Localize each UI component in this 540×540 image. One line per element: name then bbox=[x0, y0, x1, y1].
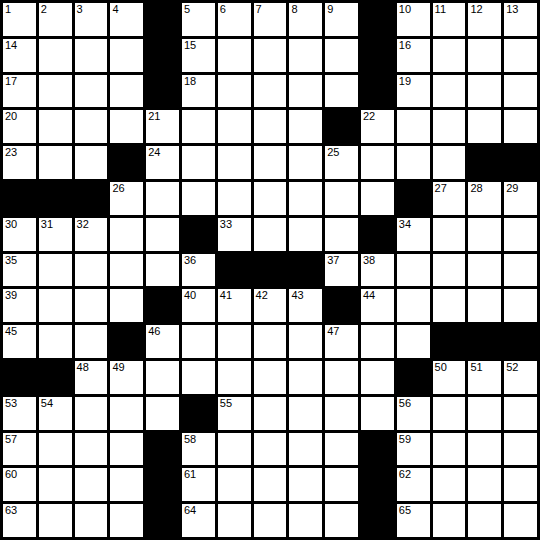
cell-r12c4[interactable] bbox=[110, 397, 143, 430]
cell-r6c10[interactable] bbox=[325, 182, 358, 215]
clue-number: 5 bbox=[184, 3, 190, 16]
cell-r11c3[interactable]: 48 bbox=[75, 361, 108, 394]
cell-r7c12[interactable]: 34 bbox=[397, 218, 430, 251]
crossword-board: 1234567891011121314151617181920212223242… bbox=[0, 0, 540, 540]
cell-r11c8[interactable] bbox=[254, 361, 287, 394]
cell-r6c15[interactable]: 29 bbox=[504, 182, 537, 215]
clue-number: 7 bbox=[256, 3, 262, 16]
cell-r4c7[interactable] bbox=[218, 110, 251, 143]
cell-r4c9[interactable] bbox=[289, 110, 322, 143]
cell-r1c12[interactable]: 10 bbox=[397, 3, 430, 36]
cell-r9c9[interactable]: 43 bbox=[289, 289, 322, 322]
cell-r10c3[interactable] bbox=[75, 325, 108, 358]
clue-number: 16 bbox=[399, 39, 411, 52]
cell-r15c15[interactable] bbox=[504, 504, 537, 537]
cell-r4c12[interactable] bbox=[397, 110, 430, 143]
cell-r6c6[interactable] bbox=[182, 182, 215, 215]
clue-number: 23 bbox=[5, 146, 17, 159]
clue-number: 15 bbox=[184, 39, 196, 52]
clue-number: 63 bbox=[5, 504, 17, 517]
clue-number: 19 bbox=[399, 75, 411, 88]
cell-r14c12[interactable]: 62 bbox=[397, 468, 430, 501]
clue-number: 28 bbox=[470, 182, 482, 195]
cell-r2c4[interactable] bbox=[110, 39, 143, 72]
clue-number: 35 bbox=[5, 254, 17, 267]
cell-r7c4[interactable] bbox=[110, 218, 143, 251]
cell-r14c2[interactable] bbox=[39, 468, 72, 501]
cell-r12c7[interactable]: 55 bbox=[218, 397, 251, 430]
cell-r14c13[interactable] bbox=[433, 468, 466, 501]
cell-r9c7[interactable]: 41 bbox=[218, 289, 251, 322]
black-square-r11c12 bbox=[397, 361, 430, 394]
cell-r11c13[interactable]: 50 bbox=[433, 361, 466, 394]
cell-r10c6[interactable] bbox=[182, 325, 215, 358]
cell-r9c4[interactable] bbox=[110, 289, 143, 322]
clue-number: 14 bbox=[5, 39, 17, 52]
black-square-r11c2 bbox=[39, 361, 72, 394]
clue-number: 42 bbox=[256, 289, 268, 302]
cell-r1c14[interactable]: 12 bbox=[468, 3, 501, 36]
clue-number: 6 bbox=[220, 3, 226, 16]
black-square-r8c9 bbox=[289, 254, 322, 287]
cell-r15c12[interactable]: 65 bbox=[397, 504, 430, 537]
cell-r1c9[interactable]: 8 bbox=[289, 3, 322, 36]
cell-r8c14[interactable] bbox=[468, 254, 501, 287]
cell-r8c15[interactable] bbox=[504, 254, 537, 287]
cell-r3c13[interactable] bbox=[433, 75, 466, 108]
cell-r7c13[interactable] bbox=[433, 218, 466, 251]
cell-r15c6[interactable]: 64 bbox=[182, 504, 215, 537]
cell-r4c15[interactable] bbox=[504, 110, 537, 143]
cell-r5c9[interactable] bbox=[289, 146, 322, 179]
cell-r11c11[interactable] bbox=[361, 361, 394, 394]
clue-number: 45 bbox=[5, 325, 17, 338]
clue-number: 34 bbox=[399, 218, 411, 231]
cell-r7c8[interactable] bbox=[254, 218, 287, 251]
cell-r14c6[interactable]: 61 bbox=[182, 468, 215, 501]
clue-number: 36 bbox=[184, 254, 196, 267]
cell-r7c9[interactable] bbox=[289, 218, 322, 251]
cell-r10c7[interactable] bbox=[218, 325, 251, 358]
cell-r1c10[interactable]: 9 bbox=[325, 3, 358, 36]
black-square-r14c11 bbox=[361, 468, 394, 501]
cell-r9c2[interactable] bbox=[39, 289, 72, 322]
cell-r14c15[interactable] bbox=[504, 468, 537, 501]
cell-r6c13[interactable]: 27 bbox=[433, 182, 466, 215]
clue-number: 29 bbox=[506, 182, 518, 195]
cell-r11c14[interactable]: 51 bbox=[468, 361, 501, 394]
black-square-r3c11 bbox=[361, 75, 394, 108]
cell-r12c5[interactable] bbox=[146, 397, 179, 430]
cell-r5c10[interactable]: 25 bbox=[325, 146, 358, 179]
cell-r10c5[interactable]: 46 bbox=[146, 325, 179, 358]
clue-number: 26 bbox=[112, 182, 124, 195]
cell-r12c8[interactable] bbox=[254, 397, 287, 430]
cell-r7c1[interactable]: 30 bbox=[3, 218, 36, 251]
cell-r3c6[interactable]: 18 bbox=[182, 75, 215, 108]
black-square-r2c5 bbox=[146, 39, 179, 72]
black-square-r9c5 bbox=[146, 289, 179, 322]
cell-r3c1[interactable]: 17 bbox=[3, 75, 36, 108]
clue-number: 30 bbox=[5, 218, 17, 231]
cell-r10c8[interactable] bbox=[254, 325, 287, 358]
cell-r2c2[interactable] bbox=[39, 39, 72, 72]
cell-r11c9[interactable] bbox=[289, 361, 322, 394]
cell-r11c7[interactable] bbox=[218, 361, 251, 394]
cell-r8c10[interactable]: 37 bbox=[325, 254, 358, 287]
cell-r8c12[interactable] bbox=[397, 254, 430, 287]
clue-number: 55 bbox=[220, 397, 232, 410]
clue-number: 17 bbox=[5, 75, 17, 88]
cell-r5c5[interactable]: 24 bbox=[146, 146, 179, 179]
cell-r10c2[interactable] bbox=[39, 325, 72, 358]
cell-r14c14[interactable] bbox=[468, 468, 501, 501]
cell-r11c5[interactable] bbox=[146, 361, 179, 394]
clue-number: 22 bbox=[363, 110, 375, 123]
cell-r5c8[interactable] bbox=[254, 146, 287, 179]
cell-r5c12[interactable] bbox=[397, 146, 430, 179]
cell-r7c15[interactable] bbox=[504, 218, 537, 251]
cell-r3c4[interactable] bbox=[110, 75, 143, 108]
black-square-r1c5 bbox=[146, 3, 179, 36]
cell-r4c2[interactable] bbox=[39, 110, 72, 143]
clue-number: 41 bbox=[220, 289, 232, 302]
cell-r14c4[interactable] bbox=[110, 468, 143, 501]
cell-r3c2[interactable] bbox=[39, 75, 72, 108]
cell-r15c3[interactable] bbox=[75, 504, 108, 537]
black-square-r6c1 bbox=[3, 182, 36, 215]
black-square-r6c12 bbox=[397, 182, 430, 215]
cell-r1c1[interactable]: 1 bbox=[3, 3, 36, 36]
cell-r14c1[interactable]: 60 bbox=[3, 468, 36, 501]
black-square-r13c11 bbox=[361, 433, 394, 466]
cell-r9c11[interactable]: 44 bbox=[361, 289, 394, 322]
black-square-r11c1 bbox=[3, 361, 36, 394]
black-square-r13c5 bbox=[146, 433, 179, 466]
cell-r9c15[interactable] bbox=[504, 289, 537, 322]
cell-r8c5[interactable] bbox=[146, 254, 179, 287]
cell-r5c2[interactable] bbox=[39, 146, 72, 179]
clue-number: 62 bbox=[399, 468, 411, 481]
cell-r15c1[interactable]: 63 bbox=[3, 504, 36, 537]
cell-r4c14[interactable] bbox=[468, 110, 501, 143]
clue-number: 39 bbox=[5, 289, 17, 302]
clue-number: 2 bbox=[41, 3, 47, 16]
cell-r14c7[interactable] bbox=[218, 468, 251, 501]
black-square-r1c11 bbox=[361, 3, 394, 36]
cell-r15c4[interactable] bbox=[110, 504, 143, 537]
black-square-r7c11 bbox=[361, 218, 394, 251]
cell-r4c8[interactable] bbox=[254, 110, 287, 143]
cell-r12c3[interactable] bbox=[75, 397, 108, 430]
cell-r5c6[interactable] bbox=[182, 146, 215, 179]
black-square-r10c4 bbox=[110, 325, 143, 358]
cell-r7c2[interactable]: 31 bbox=[39, 218, 72, 251]
clue-number: 59 bbox=[399, 433, 411, 446]
cell-r3c15[interactable] bbox=[504, 75, 537, 108]
black-square-r5c15 bbox=[504, 146, 537, 179]
cell-r12c2[interactable]: 54 bbox=[39, 397, 72, 430]
cell-r9c13[interactable] bbox=[433, 289, 466, 322]
cell-r13c7[interactable] bbox=[218, 433, 251, 466]
cell-r9c8[interactable]: 42 bbox=[254, 289, 287, 322]
cell-r1c7[interactable]: 6 bbox=[218, 3, 251, 36]
cell-r15c7[interactable] bbox=[218, 504, 251, 537]
cell-r11c10[interactable] bbox=[325, 361, 358, 394]
black-square-r10c14 bbox=[468, 325, 501, 358]
clue-number: 12 bbox=[470, 3, 482, 16]
cell-r13c10[interactable] bbox=[325, 433, 358, 466]
cell-r4c13[interactable] bbox=[433, 110, 466, 143]
clue-number: 44 bbox=[363, 289, 375, 302]
cell-r12c10[interactable] bbox=[325, 397, 358, 430]
cell-r2c1[interactable]: 14 bbox=[3, 39, 36, 72]
cell-r6c9[interactable] bbox=[289, 182, 322, 215]
clue-number: 31 bbox=[41, 218, 53, 231]
clue-number: 33 bbox=[220, 218, 232, 231]
cell-r10c1[interactable]: 45 bbox=[3, 325, 36, 358]
clue-number: 49 bbox=[112, 361, 124, 374]
cell-r12c9[interactable] bbox=[289, 397, 322, 430]
cell-r7c3[interactable]: 32 bbox=[75, 218, 108, 251]
cell-r4c3[interactable] bbox=[75, 110, 108, 143]
clue-number: 8 bbox=[291, 3, 297, 16]
cell-r11c15[interactable]: 52 bbox=[504, 361, 537, 394]
cell-r3c8[interactable] bbox=[254, 75, 287, 108]
cell-r4c5[interactable]: 21 bbox=[146, 110, 179, 143]
black-square-r5c14 bbox=[468, 146, 501, 179]
cell-r4c6[interactable] bbox=[182, 110, 215, 143]
cell-r2c3[interactable] bbox=[75, 39, 108, 72]
cell-r3c14[interactable] bbox=[468, 75, 501, 108]
cell-r8c2[interactable] bbox=[39, 254, 72, 287]
cell-r7c7[interactable]: 33 bbox=[218, 218, 251, 251]
cell-r1c15[interactable]: 13 bbox=[504, 3, 537, 36]
cell-r12c1[interactable]: 53 bbox=[3, 397, 36, 430]
cell-r13c2[interactable] bbox=[39, 433, 72, 466]
cell-r1c13[interactable]: 11 bbox=[433, 3, 466, 36]
cell-r7c14[interactable] bbox=[468, 218, 501, 251]
clue-number: 1 bbox=[5, 3, 11, 16]
black-square-r8c7 bbox=[218, 254, 251, 287]
cell-r4c1[interactable]: 20 bbox=[3, 110, 36, 143]
cell-r8c11[interactable]: 38 bbox=[361, 254, 394, 287]
cell-r1c6[interactable]: 5 bbox=[182, 3, 215, 36]
cell-r10c12[interactable] bbox=[397, 325, 430, 358]
clue-number: 27 bbox=[435, 182, 447, 195]
cell-r15c9[interactable] bbox=[289, 504, 322, 537]
clue-number: 18 bbox=[184, 75, 196, 88]
cell-r2c9[interactable] bbox=[289, 39, 322, 72]
cell-r3c10[interactable] bbox=[325, 75, 358, 108]
cell-r5c13[interactable] bbox=[433, 146, 466, 179]
cell-r13c6[interactable]: 58 bbox=[182, 433, 215, 466]
cell-r14c8[interactable] bbox=[254, 468, 287, 501]
clue-number: 13 bbox=[506, 3, 518, 16]
cell-r5c7[interactable] bbox=[218, 146, 251, 179]
cell-r10c11[interactable] bbox=[361, 325, 394, 358]
cell-r12c12[interactable]: 56 bbox=[397, 397, 430, 430]
clue-number: 37 bbox=[327, 254, 339, 267]
clue-number: 11 bbox=[435, 3, 446, 16]
cell-r15c2[interactable] bbox=[39, 504, 72, 537]
black-square-r15c11 bbox=[361, 504, 394, 537]
cell-r11c6[interactable] bbox=[182, 361, 215, 394]
cell-r15c10[interactable] bbox=[325, 504, 358, 537]
cell-r13c9[interactable] bbox=[289, 433, 322, 466]
cell-r12c11[interactable] bbox=[361, 397, 394, 430]
cell-r2c7[interactable] bbox=[218, 39, 251, 72]
cell-r6c8[interactable] bbox=[254, 182, 287, 215]
cell-r8c3[interactable] bbox=[75, 254, 108, 287]
cell-r2c14[interactable] bbox=[468, 39, 501, 72]
black-square-r6c2 bbox=[39, 182, 72, 215]
cell-r11c4[interactable]: 49 bbox=[110, 361, 143, 394]
cell-r3c9[interactable] bbox=[289, 75, 322, 108]
black-square-r2c11 bbox=[361, 39, 394, 72]
cell-r13c12[interactable]: 59 bbox=[397, 433, 430, 466]
cell-r4c4[interactable] bbox=[110, 110, 143, 143]
cell-r13c1[interactable]: 57 bbox=[3, 433, 36, 466]
black-square-r15c5 bbox=[146, 504, 179, 537]
cell-r9c6[interactable]: 40 bbox=[182, 289, 215, 322]
clue-number: 50 bbox=[435, 361, 447, 374]
cell-r14c3[interactable] bbox=[75, 468, 108, 501]
cell-r12c15[interactable] bbox=[504, 397, 537, 430]
clue-number: 20 bbox=[5, 110, 17, 123]
cell-r8c13[interactable] bbox=[433, 254, 466, 287]
clue-number: 47 bbox=[327, 325, 339, 338]
cell-r7c10[interactable] bbox=[325, 218, 358, 251]
cell-r13c4[interactable] bbox=[110, 433, 143, 466]
black-square-r14c5 bbox=[146, 468, 179, 501]
cell-r1c2[interactable]: 2 bbox=[39, 3, 72, 36]
cell-r5c3[interactable] bbox=[75, 146, 108, 179]
cell-r8c4[interactable] bbox=[110, 254, 143, 287]
cell-r9c1[interactable]: 39 bbox=[3, 289, 36, 322]
cell-r13c13[interactable] bbox=[433, 433, 466, 466]
clue-number: 9 bbox=[327, 3, 333, 16]
cell-r6c4[interactable]: 26 bbox=[110, 182, 143, 215]
black-square-r7c6 bbox=[182, 218, 215, 251]
cell-r9c14[interactable] bbox=[468, 289, 501, 322]
cell-r5c1[interactable]: 23 bbox=[3, 146, 36, 179]
cell-r13c3[interactable] bbox=[75, 433, 108, 466]
clue-number: 3 bbox=[77, 3, 83, 16]
cell-r6c5[interactable] bbox=[146, 182, 179, 215]
cell-r2c13[interactable] bbox=[433, 39, 466, 72]
cell-r6c7[interactable] bbox=[218, 182, 251, 215]
clue-number: 21 bbox=[148, 110, 160, 123]
black-square-r5c4 bbox=[110, 146, 143, 179]
cell-r9c3[interactable] bbox=[75, 289, 108, 322]
clue-number: 10 bbox=[399, 3, 411, 16]
clue-number: 61 bbox=[184, 468, 196, 481]
cell-r1c3[interactable]: 3 bbox=[75, 3, 108, 36]
cell-r7c5[interactable] bbox=[146, 218, 179, 251]
cell-r10c9[interactable] bbox=[289, 325, 322, 358]
clue-number: 57 bbox=[5, 433, 17, 446]
cell-r8c6[interactable]: 36 bbox=[182, 254, 215, 287]
cell-r13c8[interactable] bbox=[254, 433, 287, 466]
black-square-r3c5 bbox=[146, 75, 179, 108]
clue-number: 51 bbox=[470, 361, 482, 374]
cell-r14c10[interactable] bbox=[325, 468, 358, 501]
cell-r13c15[interactable] bbox=[504, 433, 537, 466]
clue-number: 48 bbox=[77, 361, 89, 374]
cell-r9c12[interactable] bbox=[397, 289, 430, 322]
cell-r6c11[interactable] bbox=[361, 182, 394, 215]
black-square-r12c6 bbox=[182, 397, 215, 430]
clue-number: 40 bbox=[184, 289, 196, 302]
cell-r10c10[interactable]: 47 bbox=[325, 325, 358, 358]
clue-number: 32 bbox=[77, 218, 89, 231]
clue-number: 54 bbox=[41, 397, 53, 410]
cell-r12c13[interactable] bbox=[433, 397, 466, 430]
clue-number: 52 bbox=[506, 361, 518, 374]
black-square-r9c10 bbox=[325, 289, 358, 322]
cell-r2c12[interactable]: 16 bbox=[397, 39, 430, 72]
cell-r15c8[interactable] bbox=[254, 504, 287, 537]
cell-r3c12[interactable]: 19 bbox=[397, 75, 430, 108]
clue-number: 43 bbox=[291, 289, 303, 302]
cell-r5c11[interactable] bbox=[361, 146, 394, 179]
cell-r8c1[interactable]: 35 bbox=[3, 254, 36, 287]
cell-r3c7[interactable] bbox=[218, 75, 251, 108]
clue-number: 65 bbox=[399, 504, 411, 517]
cell-r6c14[interactable]: 28 bbox=[468, 182, 501, 215]
cell-r15c13[interactable] bbox=[433, 504, 466, 537]
black-square-r10c15 bbox=[504, 325, 537, 358]
clue-number: 38 bbox=[363, 254, 375, 267]
clue-number: 4 bbox=[112, 3, 118, 16]
clue-number: 46 bbox=[148, 325, 160, 338]
cell-r3c3[interactable] bbox=[75, 75, 108, 108]
cell-r2c10[interactable] bbox=[325, 39, 358, 72]
clue-number: 64 bbox=[184, 504, 196, 517]
black-square-r8c8 bbox=[254, 254, 287, 287]
clue-number: 58 bbox=[184, 433, 196, 446]
clue-number: 24 bbox=[148, 146, 160, 159]
cell-r1c8[interactable]: 7 bbox=[254, 3, 287, 36]
clue-number: 53 bbox=[5, 397, 17, 410]
black-square-r4c10 bbox=[325, 110, 358, 143]
clue-number: 60 bbox=[5, 468, 17, 481]
clue-number: 56 bbox=[399, 397, 411, 410]
cell-r15c14[interactable] bbox=[468, 504, 501, 537]
cell-r14c9[interactable] bbox=[289, 468, 322, 501]
clue-number: 25 bbox=[327, 146, 339, 159]
cell-r12c14[interactable] bbox=[468, 397, 501, 430]
cell-r13c14[interactable] bbox=[468, 433, 501, 466]
black-square-r6c3 bbox=[75, 182, 108, 215]
cell-r2c15[interactable] bbox=[504, 39, 537, 72]
black-square-r10c13 bbox=[433, 325, 466, 358]
cell-r1c4[interactable]: 4 bbox=[110, 3, 143, 36]
cell-r4c11[interactable]: 22 bbox=[361, 110, 394, 143]
cell-r2c8[interactable] bbox=[254, 39, 287, 72]
cell-r2c6[interactable]: 15 bbox=[182, 39, 215, 72]
